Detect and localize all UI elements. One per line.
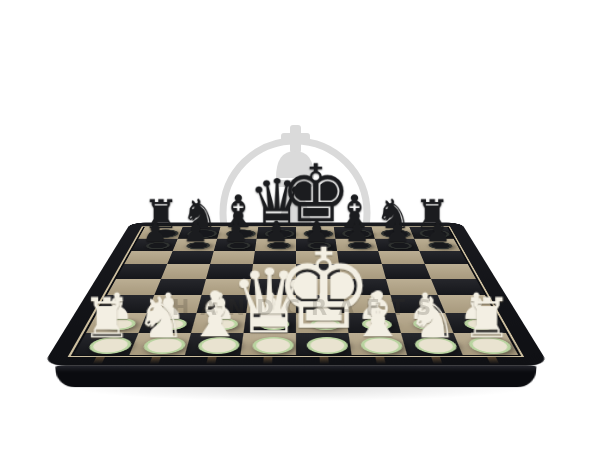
- product-photo-scene: ♜♞♝♛♚♝♞♜♟♟♟♟♟♟♟♟♟♟♟♟♟♟♟♟♜♞♝♛♚♝♞♜ HANDCRA…: [0, 0, 600, 450]
- pieces-layer: ♜♞♝♛♚♝♞♜♟♟♟♟♟♟♟♟♟♟♟♟♟♟♟♟♜♞♝♛♚♝♞♜: [42, 223, 549, 366]
- piece-glyph: ♜: [389, 290, 582, 345]
- board-front-edge: [55, 366, 537, 388]
- chess-board: ♜♞♝♛♚♝♞♜♟♟♟♟♟♟♟♟♟♟♟♟♟♟♟♟♜♞♝♛♚♝♞♜: [42, 223, 549, 366]
